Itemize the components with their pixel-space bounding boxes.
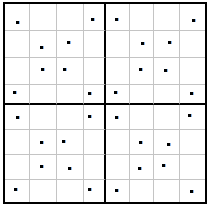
cell-r7c5[interactable] [106, 155, 130, 180]
cell-r3c1[interactable] [5, 58, 30, 85]
cell-r4c7[interactable] [154, 85, 180, 105]
cell-r5c5[interactable] [106, 105, 130, 130]
cell-r6c4[interactable] [84, 130, 106, 155]
cell-r7c7[interactable] [154, 155, 180, 180]
cell-r8c1[interactable] [5, 180, 30, 202]
cell-r2c8[interactable] [180, 31, 205, 58]
cell-r3c2[interactable] [30, 58, 57, 85]
cell-r4c1[interactable] [5, 85, 30, 105]
cell-r7c3[interactable] [57, 155, 84, 180]
cell-r8c5[interactable] [106, 180, 130, 202]
cell-r3c3[interactable] [57, 58, 84, 85]
cell-r6c3[interactable] [57, 130, 84, 155]
cell-r5c3[interactable] [57, 105, 84, 130]
cell-r3c4[interactable] [84, 58, 106, 85]
cell-r8c3[interactable] [57, 180, 84, 202]
cell-r5c1[interactable] [5, 105, 30, 130]
cell-r8c8[interactable] [180, 180, 205, 202]
cell-r5c4[interactable] [84, 105, 106, 130]
cell-r3c5[interactable] [106, 58, 130, 85]
cell-r8c6[interactable] [130, 180, 154, 202]
puzzle-board [3, 2, 207, 204]
cell-r8c4[interactable] [84, 180, 106, 202]
cell-r1c6[interactable] [130, 4, 154, 31]
cell-r6c6[interactable] [130, 130, 154, 155]
cell-r1c4[interactable] [84, 4, 106, 31]
cell-r5c6[interactable] [130, 105, 154, 130]
cell-r1c3[interactable] [57, 4, 84, 31]
cell-r1c7[interactable] [154, 4, 180, 31]
cell-r6c7[interactable] [154, 130, 180, 155]
cell-r7c1[interactable] [5, 155, 30, 180]
cell-r4c2[interactable] [30, 85, 57, 105]
cell-r4c4[interactable] [84, 85, 106, 105]
cell-r1c1[interactable] [5, 4, 30, 31]
cell-r6c8[interactable] [180, 130, 205, 155]
puzzle-diagram [0, 0, 212, 207]
cell-r8c7[interactable] [154, 180, 180, 202]
cell-r5c8[interactable] [180, 105, 205, 130]
cell-r1c5[interactable] [106, 4, 130, 31]
cell-r5c2[interactable] [30, 105, 57, 130]
cell-r6c5[interactable] [106, 130, 130, 155]
cell-r3c7[interactable] [154, 58, 180, 85]
cell-r2c3[interactable] [57, 31, 84, 58]
cell-r2c4[interactable] [84, 31, 106, 58]
cell-r2c6[interactable] [130, 31, 154, 58]
cell-r7c6[interactable] [130, 155, 154, 180]
cell-r7c8[interactable] [180, 155, 205, 180]
cell-r2c5[interactable] [106, 31, 130, 58]
cell-r6c1[interactable] [5, 130, 30, 155]
cell-r4c5[interactable] [106, 85, 130, 105]
cell-r1c2[interactable] [30, 4, 57, 31]
cell-r4c8[interactable] [180, 85, 205, 105]
cell-r2c7[interactable] [154, 31, 180, 58]
cell-r1c8[interactable] [180, 4, 205, 31]
cell-r5c7[interactable] [154, 105, 180, 130]
cell-r4c3[interactable] [57, 85, 84, 105]
cell-r6c2[interactable] [30, 130, 57, 155]
cell-r4c6[interactable] [130, 85, 154, 105]
cell-r2c2[interactable] [30, 31, 57, 58]
cell-r3c8[interactable] [180, 58, 205, 85]
cell-r7c4[interactable] [84, 155, 106, 180]
cell-r8c2[interactable] [30, 180, 57, 202]
cell-r7c2[interactable] [30, 155, 57, 180]
cell-r3c6[interactable] [130, 58, 154, 85]
cell-r2c1[interactable] [5, 31, 30, 58]
